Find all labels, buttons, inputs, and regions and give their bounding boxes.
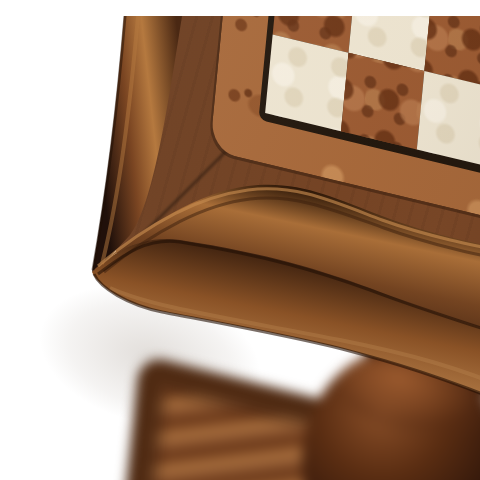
chess-table-photo: Close-up photograph of the corner of an … [40,16,480,480]
carved-edge-overlay [40,16,480,480]
